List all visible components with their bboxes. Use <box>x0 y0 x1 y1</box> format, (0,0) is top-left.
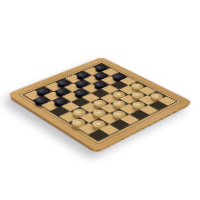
board-3d-wrapper: ⛂⛂⛂⛂⛂⛂⛂⛂⛂⛂⛂⛂⛀⛀⛀⛀⛀⛀⛀⛀⛀⛀⛀⛀ <box>31 29 169 167</box>
checkers-board: ⛂⛂⛂⛂⛂⛂⛂⛂⛂⛂⛂⛂⛀⛀⛀⛀⛀⛀⛀⛀⛀⛀⛀⛀ <box>7 57 193 152</box>
board-squares: ⛂⛂⛂⛂⛂⛂⛂⛂⛂⛂⛂⛂⛀⛀⛀⛀⛀⛀⛀⛀⛀⛀⛀⛀ <box>22 63 177 142</box>
product-photo-background: ⛂⛂⛂⛂⛂⛂⛂⛂⛂⛂⛂⛂⛀⛀⛀⛀⛀⛀⛀⛀⛀⛀⛀⛀ <box>0 0 200 200</box>
